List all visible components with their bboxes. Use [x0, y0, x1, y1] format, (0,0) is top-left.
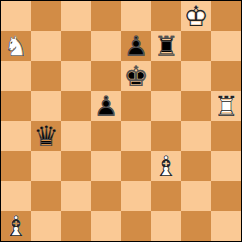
square-b1[interactable]: [31, 211, 61, 241]
square-h5[interactable]: ♜♖: [211, 91, 241, 121]
black-king[interactable]: ♚♔: [121, 61, 151, 91]
white-king[interactable]: ♚♔: [181, 1, 211, 31]
square-a7[interactable]: ♞♘: [1, 31, 31, 61]
white-knight[interactable]: ♞♘: [1, 31, 31, 61]
square-b3[interactable]: [31, 151, 61, 181]
square-c8[interactable]: [61, 1, 91, 31]
square-h6[interactable]: [211, 61, 241, 91]
square-d4[interactable]: [91, 121, 121, 151]
square-g7[interactable]: [181, 31, 211, 61]
square-e4[interactable]: [121, 121, 151, 151]
white-bishop[interactable]: ♝♗: [1, 211, 31, 241]
square-f6[interactable]: [151, 61, 181, 91]
square-e2[interactable]: [121, 181, 151, 211]
square-f2[interactable]: [151, 181, 181, 211]
square-a6[interactable]: [1, 61, 31, 91]
square-e3[interactable]: [121, 151, 151, 181]
square-b7[interactable]: [31, 31, 61, 61]
square-c6[interactable]: [61, 61, 91, 91]
square-g8[interactable]: ♚♔: [181, 1, 211, 31]
white-rook[interactable]: ♜♖: [211, 91, 241, 121]
white-bishop[interactable]: ♝♗: [151, 151, 181, 181]
black-queen-outline: ♕: [31, 121, 61, 151]
square-g2[interactable]: [181, 181, 211, 211]
square-c4[interactable]: [61, 121, 91, 151]
white-rook-outline: ♖: [211, 91, 241, 121]
square-d6[interactable]: [91, 61, 121, 91]
square-g6[interactable]: [181, 61, 211, 91]
square-d1[interactable]: [91, 211, 121, 241]
black-pawn[interactable]: ♟♙: [121, 31, 151, 61]
square-g3[interactable]: [181, 151, 211, 181]
square-c7[interactable]: [61, 31, 91, 61]
square-h7[interactable]: [211, 31, 241, 61]
square-f3[interactable]: ♝♗: [151, 151, 181, 181]
square-b6[interactable]: [31, 61, 61, 91]
black-pawn[interactable]: ♟♙: [91, 91, 121, 121]
square-d7[interactable]: [91, 31, 121, 61]
chess-board: ♚♔♞♘♟♙♜♖♚♔♟♙♜♖♛♕♝♗♝♗: [0, 0, 242, 242]
white-knight-outline: ♘: [1, 31, 31, 61]
square-a1[interactable]: ♝♗: [1, 211, 31, 241]
square-d2[interactable]: [91, 181, 121, 211]
square-d5[interactable]: ♟♙: [91, 91, 121, 121]
square-b4[interactable]: ♛♕: [31, 121, 61, 151]
square-a8[interactable]: [1, 1, 31, 31]
square-g4[interactable]: [181, 121, 211, 151]
square-d3[interactable]: [91, 151, 121, 181]
square-h4[interactable]: [211, 121, 241, 151]
square-g5[interactable]: [181, 91, 211, 121]
square-a4[interactable]: [1, 121, 31, 151]
white-king-outline: ♔: [181, 1, 211, 31]
square-h8[interactable]: [211, 1, 241, 31]
square-f5[interactable]: [151, 91, 181, 121]
square-b2[interactable]: [31, 181, 61, 211]
square-f4[interactable]: [151, 121, 181, 151]
square-c1[interactable]: [61, 211, 91, 241]
black-rook[interactable]: ♜♖: [151, 31, 181, 61]
square-f7[interactable]: ♜♖: [151, 31, 181, 61]
black-pawn-outline: ♙: [121, 31, 151, 61]
square-b8[interactable]: [31, 1, 61, 31]
white-bishop-outline: ♗: [1, 211, 31, 241]
square-h1[interactable]: [211, 211, 241, 241]
square-f8[interactable]: [151, 1, 181, 31]
square-f1[interactable]: [151, 211, 181, 241]
square-e1[interactable]: [121, 211, 151, 241]
white-bishop-outline: ♗: [151, 151, 181, 181]
square-e7[interactable]: ♟♙: [121, 31, 151, 61]
black-king-outline: ♔: [121, 61, 151, 91]
square-c3[interactable]: [61, 151, 91, 181]
square-g1[interactable]: [181, 211, 211, 241]
square-h2[interactable]: [211, 181, 241, 211]
square-c2[interactable]: [61, 181, 91, 211]
square-e8[interactable]: [121, 1, 151, 31]
square-e6[interactable]: ♚♔: [121, 61, 151, 91]
square-h3[interactable]: [211, 151, 241, 181]
black-pawn-outline: ♙: [91, 91, 121, 121]
black-rook-outline: ♖: [151, 31, 181, 61]
square-a5[interactable]: [1, 91, 31, 121]
square-e5[interactable]: [121, 91, 151, 121]
black-queen[interactable]: ♛♕: [31, 121, 61, 151]
square-a3[interactable]: [1, 151, 31, 181]
square-d8[interactable]: [91, 1, 121, 31]
square-c5[interactable]: [61, 91, 91, 121]
square-b5[interactable]: [31, 91, 61, 121]
square-a2[interactable]: [1, 181, 31, 211]
chess-app: ♚♔♞♘♟♙♜♖♚♔♟♙♜♖♛♕♝♗♝♗: [0, 0, 242, 242]
